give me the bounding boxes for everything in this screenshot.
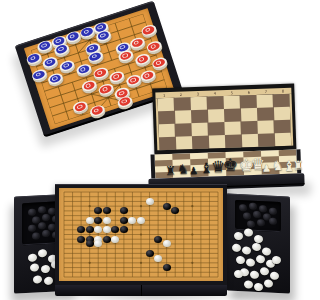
product-photo: 12345678 ♜♞♟♝♛♚♚♛♟♞♝♜ (0, 0, 300, 300)
piece-character-mark (97, 25, 103, 30)
go-stone-black (163, 264, 171, 271)
xiangqi-piece-red-soldier (92, 66, 109, 80)
piece-character-mark (119, 45, 125, 50)
piece-top-blue (44, 57, 57, 68)
piece-top-red (110, 71, 123, 82)
piece-character-mark (130, 78, 136, 83)
tray-stone-white (254, 283, 263, 291)
tray-stone-white (262, 247, 271, 255)
piece-character-mark (46, 59, 52, 64)
go-set (14, 184, 290, 300)
go-stone-black (94, 207, 102, 214)
xiangqi-piece-blue-soldier (30, 68, 47, 82)
xiangqi-piece-red-horse (72, 100, 89, 114)
tray-stone-white (250, 271, 259, 279)
go-stone-black (146, 250, 154, 257)
chess-set: 12345678 ♜♞♟♝♛♚♚♛♟♞♝♜ (150, 83, 300, 194)
xiangqi-piece-red-general (97, 83, 114, 97)
tray-stone-white (244, 280, 253, 288)
tray-stone-white (256, 255, 265, 263)
tray-stone-black (42, 230, 50, 237)
tray-stone-black (32, 232, 40, 239)
go-stone-black (86, 226, 94, 233)
xiangqi-piece-red-chariot (145, 40, 162, 54)
tray-stone-black (257, 219, 265, 226)
go-stone-white (137, 217, 145, 224)
tray-stone-white (30, 263, 39, 271)
go-board-front-edge (55, 285, 227, 296)
piece-top-blue (77, 64, 90, 75)
go-board (59, 188, 223, 281)
tray-stone-white (44, 277, 53, 285)
chess-piece-white-pawn: ♟ (262, 163, 271, 173)
piece-top-red (136, 54, 149, 65)
piece-character-mark (88, 46, 94, 51)
chess-piece-black-pawn: ♟ (189, 166, 198, 176)
piece-top-red (99, 84, 112, 95)
go-stone-white (163, 240, 171, 247)
piece-top-blue (66, 31, 79, 42)
tray-stone-black (243, 212, 251, 219)
go-stone-black (163, 203, 171, 210)
piece-top-blue (55, 44, 68, 55)
chess-piece-black-king: ♚ (223, 157, 239, 175)
piece-top-red (90, 105, 103, 116)
piece-top-blue (49, 73, 62, 84)
xiangqi-piece-blue-soldier (25, 51, 42, 65)
go-stone-white (154, 255, 162, 262)
go-stone-black (120, 226, 128, 233)
tray-right-black-well (235, 200, 281, 232)
tray-stone-white (270, 272, 279, 280)
go-stone-white (86, 217, 94, 224)
piece-top-blue (97, 30, 110, 41)
xiangqi-piece-red-cannon (108, 70, 125, 84)
go-stone-black (77, 226, 85, 233)
tray-stone-black (269, 218, 277, 225)
go-stone-black (120, 207, 128, 214)
piece-character-mark (119, 91, 125, 96)
piece-character-mark (83, 29, 89, 34)
piece-character-mark (41, 43, 47, 48)
piece-top-red (130, 38, 143, 49)
piece-character-mark (52, 76, 58, 81)
go-stone-white (103, 226, 111, 233)
piece-top-blue (88, 51, 101, 62)
piece-character-mark (55, 38, 61, 43)
go-stone-black (94, 217, 102, 224)
xiangqi-piece-blue-soldier (75, 62, 92, 76)
chess-piece-black-rook: ♜ (165, 165, 176, 177)
tray-stone-white (236, 256, 245, 264)
go-stone-white (111, 236, 119, 243)
piece-top-blue (80, 27, 93, 38)
tray-stone-white (33, 275, 42, 283)
go-board-frame (55, 184, 227, 285)
go-stone-black (103, 236, 111, 243)
piece-character-mark (76, 104, 82, 109)
piece-character-mark (69, 34, 75, 39)
piece-character-mark (121, 99, 127, 104)
go-stone-black (154, 236, 162, 243)
xiangqi-piece-red-elephant (150, 56, 167, 70)
piece-character-mark (155, 60, 161, 65)
go-stone-black (171, 207, 179, 214)
go-stone-black (103, 207, 111, 214)
piece-character-mark (58, 47, 64, 52)
go-stone-white (94, 226, 102, 233)
piece-character-mark (63, 63, 69, 68)
piece-character-mark (102, 87, 108, 92)
piece-top-red (142, 25, 155, 36)
tray-stone-black (259, 205, 267, 212)
xiangqi-piece-blue-chariot (47, 72, 64, 86)
piece-top-red (118, 96, 131, 107)
piece-character-mark (93, 108, 99, 113)
go-stone-white (128, 217, 136, 224)
go-stone-black (77, 236, 85, 243)
go-stone-white (146, 198, 154, 205)
xiangqi-piece-blue-soldier (58, 59, 75, 73)
tray-stone-black (28, 209, 36, 216)
piece-top-blue (27, 53, 40, 64)
tray-stone-black (42, 214, 50, 221)
piece-character-mark (113, 74, 119, 79)
tray-stone-white (272, 256, 281, 264)
piece-character-mark (150, 44, 156, 49)
go-stone-white (94, 240, 102, 247)
piece-top-red (153, 58, 166, 69)
piece-top-blue (60, 60, 73, 71)
go-stone-black (111, 226, 119, 233)
piece-top-red (127, 75, 140, 86)
xiangqi-piece-blue-advisor (64, 29, 81, 43)
chess-piece-black-knight: ♞ (177, 162, 189, 175)
tray-stone-white (234, 270, 243, 278)
go-board-fold-seam (141, 285, 142, 296)
xiangqi-piece-red-soldier (140, 23, 157, 37)
tray-stone-white (232, 244, 241, 252)
go-stone-white (103, 217, 111, 224)
piece-character-mark (97, 70, 103, 75)
piece-top-red (82, 81, 95, 92)
tray-stone-white (28, 253, 37, 261)
tray-stone-black (249, 203, 257, 210)
piece-character-mark (139, 57, 145, 62)
piece-character-mark (144, 73, 150, 78)
tray-stone-white (234, 232, 243, 240)
tray-stone-white (242, 246, 251, 254)
piece-character-mark (133, 40, 139, 45)
piece-character-mark (100, 33, 106, 38)
tray-stone-white (38, 249, 47, 257)
piece-character-mark (145, 27, 151, 32)
go-stone-black (86, 240, 94, 247)
piece-top-blue (38, 40, 51, 51)
tray-stone-black (28, 225, 36, 232)
piece-top-red (119, 50, 132, 61)
piece-character-mark (91, 54, 97, 59)
go-stones (59, 188, 223, 281)
piece-top-red (74, 102, 87, 113)
xiangqi-piece-red-elephant (139, 69, 156, 83)
go-stone-tray-right (226, 193, 290, 293)
tray-stone-white (252, 243, 261, 251)
tray-stone-black (247, 220, 255, 227)
go-stone-black (120, 217, 128, 224)
piece-top-red (147, 41, 160, 52)
xiangqi-piece-red-cannon (128, 36, 145, 50)
tray-stone-black (38, 206, 46, 213)
tray-stone-black (269, 208, 277, 215)
piece-character-mark (35, 72, 41, 77)
piece-top-red (94, 68, 107, 79)
piece-character-mark (80, 67, 86, 72)
tray-stone-white (41, 265, 50, 273)
xiangqi-piece-blue-horse (42, 55, 59, 69)
tray-stone-white (244, 228, 253, 236)
piece-top-blue (32, 70, 45, 81)
chess-piece-white-rook: ♜ (293, 159, 300, 171)
xiangqi-piece-red-chariot (88, 104, 105, 118)
tray-stone-white (264, 279, 273, 287)
piece-top-red (141, 71, 154, 82)
tray-stone-white (260, 267, 269, 275)
piece-character-mark (122, 53, 128, 58)
tray-stone-black (253, 211, 261, 218)
piece-character-mark (85, 83, 91, 88)
tray-stone-white (246, 258, 255, 266)
tray-stone-black (239, 204, 247, 211)
xiangqi-piece-red-horse (134, 52, 151, 66)
piece-character-mark (30, 56, 36, 61)
chess-pieces: ♜♞♟♝♛♚♚♛♟♞♝♜ (150, 83, 300, 194)
tray-stone-black (38, 222, 46, 229)
xiangqi-piece-red-soldier (80, 79, 97, 93)
